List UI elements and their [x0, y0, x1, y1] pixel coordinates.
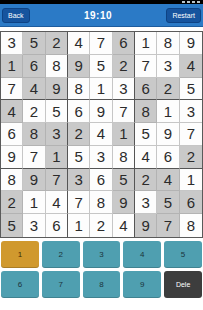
- cell-r7c6[interactable]: 5: [113, 169, 135, 192]
- cell-r7c1[interactable]: 8: [1, 169, 23, 192]
- cell-r5c1[interactable]: 6: [1, 123, 23, 146]
- cell-r1c1[interactable]: 3: [1, 32, 23, 55]
- cell-r6c6[interactable]: 8: [113, 146, 135, 169]
- cell-r9c7[interactable]: 9: [135, 214, 157, 237]
- sudoku-board: 3524761891689527347498136254256978136832…: [0, 31, 203, 238]
- key-5[interactable]: 5: [164, 241, 202, 268]
- signal-icon: [182, 1, 185, 3]
- cell-r2c4[interactable]: 9: [68, 55, 90, 78]
- cell-r6c9[interactable]: 2: [180, 146, 202, 169]
- cell-r9c9[interactable]: 8: [180, 214, 202, 237]
- cell-r8c3[interactable]: 4: [46, 191, 68, 214]
- cell-r3c2[interactable]: 4: [23, 78, 45, 101]
- cell-r7c9[interactable]: 1: [180, 169, 202, 192]
- cell-r4c4[interactable]: 6: [68, 100, 90, 123]
- cell-r4c1[interactable]: 4: [1, 100, 23, 123]
- cell-r2c5[interactable]: 5: [90, 55, 112, 78]
- cell-r5c9[interactable]: 7: [180, 123, 202, 146]
- key-3[interactable]: 3: [83, 241, 121, 268]
- back-button[interactable]: Back: [2, 8, 30, 23]
- cell-r9c6[interactable]: 4: [113, 214, 135, 237]
- key-delete[interactable]: Dele: [164, 271, 202, 298]
- cell-r9c8[interactable]: 7: [157, 214, 179, 237]
- cell-r6c2[interactable]: 7: [23, 146, 45, 169]
- cell-r8c6[interactable]: 9: [113, 191, 135, 214]
- cell-r5c3[interactable]: 3: [46, 123, 68, 146]
- key-1[interactable]: 1: [1, 241, 39, 268]
- cell-r8c1[interactable]: 2: [1, 191, 23, 214]
- cell-r8c8[interactable]: 5: [157, 191, 179, 214]
- cell-r2c1[interactable]: 1: [1, 55, 23, 78]
- cell-r2c6[interactable]: 2: [113, 55, 135, 78]
- restart-button[interactable]: Restart: [166, 8, 201, 23]
- battery-icon: [192, 1, 195, 3]
- cell-r2c9[interactable]: 4: [180, 55, 202, 78]
- cell-r5c8[interactable]: 9: [157, 123, 179, 146]
- cell-r9c1[interactable]: 5: [1, 214, 23, 237]
- cell-r2c3[interactable]: 8: [46, 55, 68, 78]
- cell-r2c2[interactable]: 6: [23, 55, 45, 78]
- cell-r7c2[interactable]: 9: [23, 169, 45, 192]
- cell-r5c4[interactable]: 2: [68, 123, 90, 146]
- cell-r6c3[interactable]: 1: [46, 146, 68, 169]
- cell-r6c4[interactable]: 5: [68, 146, 90, 169]
- cell-r8c7[interactable]: 3: [135, 191, 157, 214]
- cell-r1c4[interactable]: 4: [68, 32, 90, 55]
- wifi-icon: [187, 1, 190, 3]
- cell-r3c9[interactable]: 5: [180, 78, 202, 101]
- cell-r1c2[interactable]: 5: [23, 32, 45, 55]
- cell-r1c3[interactable]: 2: [46, 32, 68, 55]
- cell-r4c3[interactable]: 5: [46, 100, 68, 123]
- cell-r1c6[interactable]: 6: [113, 32, 135, 55]
- cell-r6c5[interactable]: 3: [90, 146, 112, 169]
- cell-r8c4[interactable]: 7: [68, 191, 90, 214]
- cell-r5c6[interactable]: 1: [113, 123, 135, 146]
- key-8[interactable]: 8: [83, 271, 121, 298]
- key-2[interactable]: 2: [42, 241, 80, 268]
- cell-r3c6[interactable]: 3: [113, 78, 135, 101]
- cell-r1c8[interactable]: 8: [157, 32, 179, 55]
- cell-r4c7[interactable]: 8: [135, 100, 157, 123]
- number-keypad: 1 2 3 4 5 6 7 8 9 Dele: [0, 241, 203, 298]
- top-bar: Back 19:10 Restart: [0, 4, 203, 27]
- cell-r7c5[interactable]: 6: [90, 169, 112, 192]
- cell-r7c7[interactable]: 2: [135, 169, 157, 192]
- cell-r3c1[interactable]: 7: [1, 78, 23, 101]
- cell-r6c8[interactable]: 6: [157, 146, 179, 169]
- cell-r6c7[interactable]: 4: [135, 146, 157, 169]
- cell-r3c7[interactable]: 6: [135, 78, 157, 101]
- key-7[interactable]: 7: [42, 271, 80, 298]
- cell-r1c5[interactable]: 7: [90, 32, 112, 55]
- cell-r3c5[interactable]: 1: [90, 78, 112, 101]
- cell-r4c9[interactable]: 3: [180, 100, 202, 123]
- cell-r3c3[interactable]: 9: [46, 78, 68, 101]
- cell-r8c5[interactable]: 8: [90, 191, 112, 214]
- cell-r4c8[interactable]: 1: [157, 100, 179, 123]
- key-4[interactable]: 4: [123, 241, 161, 268]
- cell-r4c6[interactable]: 7: [113, 100, 135, 123]
- key-9[interactable]: 9: [123, 271, 161, 298]
- cell-r7c4[interactable]: 3: [68, 169, 90, 192]
- cell-r8c2[interactable]: 1: [23, 191, 45, 214]
- cell-r8c9[interactable]: 6: [180, 191, 202, 214]
- cell-r7c3[interactable]: 7: [46, 169, 68, 192]
- cell-r4c2[interactable]: 2: [23, 100, 45, 123]
- cell-r1c7[interactable]: 1: [135, 32, 157, 55]
- clock-icon: [197, 1, 200, 3]
- cell-r4c5[interactable]: 9: [90, 100, 112, 123]
- cell-r1c9[interactable]: 9: [180, 32, 202, 55]
- cell-r5c7[interactable]: 5: [135, 123, 157, 146]
- cell-r6c1[interactable]: 9: [1, 146, 23, 169]
- cell-r2c8[interactable]: 3: [157, 55, 179, 78]
- cell-r5c5[interactable]: 4: [90, 123, 112, 146]
- key-6[interactable]: 6: [1, 271, 39, 298]
- cell-r9c4[interactable]: 1: [68, 214, 90, 237]
- cell-r3c8[interactable]: 2: [157, 78, 179, 101]
- timer-label: 19:10: [84, 10, 112, 21]
- cell-r9c2[interactable]: 3: [23, 214, 45, 237]
- cell-r7c8[interactable]: 4: [157, 169, 179, 192]
- cell-r2c7[interactable]: 7: [135, 55, 157, 78]
- cell-r5c2[interactable]: 8: [23, 123, 45, 146]
- cell-r3c4[interactable]: 8: [68, 78, 90, 101]
- cell-r9c3[interactable]: 6: [46, 214, 68, 237]
- cell-r9c5[interactable]: 2: [90, 214, 112, 237]
